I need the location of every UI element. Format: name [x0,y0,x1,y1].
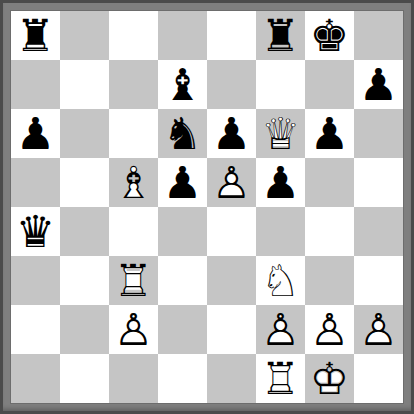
square-c4[interactable] [109,207,158,256]
board-frame: ♜♜♚♝♟♟♞♟♛♕♟♝♗♟♟♙♟♛♜♖♞♘♟♙♟♙♟♙♟♙♜♖♚♔ [0,0,414,414]
black-pawn-piece[interactable]: ♟ [261,158,300,207]
square-e5[interactable]: ♟♙ [207,158,256,207]
square-g2[interactable]: ♟♙ [305,305,354,354]
square-h5[interactable] [354,158,403,207]
square-d7[interactable]: ♝ [158,60,207,109]
square-b8[interactable] [60,11,109,60]
square-b3[interactable] [60,256,109,305]
square-h6[interactable] [354,109,403,158]
square-g5[interactable] [305,158,354,207]
white-pawn-outline-glyph: ♙ [212,157,251,208]
square-e3[interactable] [207,256,256,305]
square-c1[interactable] [109,354,158,403]
black-rook-piece[interactable]: ♜ [261,11,300,60]
square-f8[interactable]: ♜ [256,11,305,60]
white-king-piece[interactable]: ♚♔ [310,354,349,403]
square-f1[interactable]: ♜♖ [256,354,305,403]
square-f4[interactable] [256,207,305,256]
white-knight-outline-glyph: ♘ [261,255,300,306]
square-e4[interactable] [207,207,256,256]
square-g3[interactable] [305,256,354,305]
white-rook-piece[interactable]: ♜♖ [261,354,300,403]
white-rook-outline-glyph: ♖ [261,353,300,404]
square-f2[interactable]: ♟♙ [256,305,305,354]
white-queen-piece[interactable]: ♛♕ [261,109,300,158]
black-king-piece[interactable]: ♚ [310,11,349,60]
square-h3[interactable] [354,256,403,305]
square-b1[interactable] [60,354,109,403]
black-pawn-piece[interactable]: ♟ [212,109,251,158]
square-h1[interactable] [354,354,403,403]
square-g4[interactable] [305,207,354,256]
square-e7[interactable] [207,60,256,109]
square-c8[interactable] [109,11,158,60]
square-a5[interactable] [11,158,60,207]
square-f3[interactable]: ♞♘ [256,256,305,305]
white-pawn-outline-glyph: ♙ [114,304,153,355]
square-h8[interactable] [354,11,403,60]
square-c2[interactable]: ♟♙ [109,305,158,354]
square-d5[interactable]: ♟ [158,158,207,207]
square-d8[interactable] [158,11,207,60]
white-pawn-piece[interactable]: ♟♙ [359,305,398,354]
black-knight-piece[interactable]: ♞ [163,109,202,158]
black-rook-piece[interactable]: ♜ [16,11,55,60]
square-f7[interactable] [256,60,305,109]
square-g7[interactable] [305,60,354,109]
black-pawn-piece[interactable]: ♟ [163,158,202,207]
white-bishop-piece[interactable]: ♝♗ [114,158,153,207]
square-d3[interactable] [158,256,207,305]
square-g8[interactable]: ♚ [305,11,354,60]
square-b5[interactable] [60,158,109,207]
white-king-outline-glyph: ♔ [310,353,349,404]
square-d6[interactable]: ♞ [158,109,207,158]
square-b7[interactable] [60,60,109,109]
square-a3[interactable] [11,256,60,305]
square-g6[interactable]: ♟ [305,109,354,158]
square-a4[interactable]: ♛ [11,207,60,256]
square-a8[interactable]: ♜ [11,11,60,60]
square-e1[interactable] [207,354,256,403]
square-d1[interactable] [158,354,207,403]
square-e8[interactable] [207,11,256,60]
square-b6[interactable] [60,109,109,158]
black-pawn-piece[interactable]: ♟ [310,109,349,158]
square-h4[interactable] [354,207,403,256]
white-rook-outline-glyph: ♖ [114,255,153,306]
chess-board: ♜♜♚♝♟♟♞♟♛♕♟♝♗♟♟♙♟♛♜♖♞♘♟♙♟♙♟♙♟♙♜♖♚♔ [11,11,403,403]
square-c5[interactable]: ♝♗ [109,158,158,207]
square-a2[interactable] [11,305,60,354]
white-pawn-outline-glyph: ♙ [310,304,349,355]
square-f5[interactable]: ♟ [256,158,305,207]
square-a6[interactable]: ♟ [11,109,60,158]
white-pawn-piece[interactable]: ♟♙ [261,305,300,354]
white-queen-outline-glyph: ♕ [261,108,300,159]
square-e6[interactable]: ♟ [207,109,256,158]
square-f6[interactable]: ♛♕ [256,109,305,158]
white-pawn-outline-glyph: ♙ [261,304,300,355]
square-d2[interactable] [158,305,207,354]
white-knight-piece[interactable]: ♞♘ [261,256,300,305]
black-pawn-piece[interactable]: ♟ [16,109,55,158]
square-a7[interactable] [11,60,60,109]
square-b4[interactable] [60,207,109,256]
square-g1[interactable]: ♚♔ [305,354,354,403]
black-queen-piece[interactable]: ♛ [16,207,55,256]
white-pawn-piece[interactable]: ♟♙ [212,158,251,207]
square-c3[interactable]: ♜♖ [109,256,158,305]
square-a1[interactable] [11,354,60,403]
white-rook-piece[interactable]: ♜♖ [114,256,153,305]
black-pawn-piece[interactable]: ♟ [359,60,398,109]
white-pawn-piece[interactable]: ♟♙ [114,305,153,354]
black-bishop-piece[interactable]: ♝ [163,60,202,109]
square-d4[interactable] [158,207,207,256]
square-b2[interactable] [60,305,109,354]
square-h7[interactable]: ♟ [354,60,403,109]
square-e2[interactable] [207,305,256,354]
white-pawn-outline-glyph: ♙ [359,304,398,355]
white-pawn-piece[interactable]: ♟♙ [310,305,349,354]
square-c6[interactable] [109,109,158,158]
square-h2[interactable]: ♟♙ [354,305,403,354]
white-bishop-outline-glyph: ♗ [114,157,153,208]
square-c7[interactable] [109,60,158,109]
